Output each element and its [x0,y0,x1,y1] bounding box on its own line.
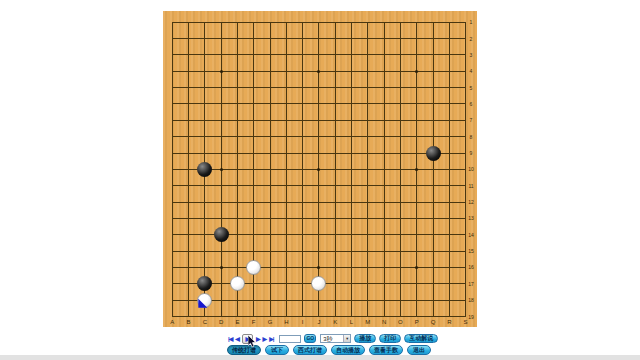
grid-line-horizontal [172,251,466,252]
nav-first-button[interactable]: |◀ [228,334,232,344]
go-board[interactable]: ABCDEFGHIJKLMNOPQRS 12345678910111213141… [163,11,477,327]
nav-last-button[interactable]: ▶| [269,334,273,344]
row-label-18: 18 [466,297,476,303]
black-stone-D14 [214,227,229,242]
grid-line-vertical [384,22,385,317]
column-label-I: I [298,319,308,325]
print-button[interactable]: 打印 [379,334,401,343]
toolbar-row-1: |◀◀▶▶▶▶| GO 3秒 ▼ 播放打印互动解说 [228,333,438,344]
column-label-M: M [363,319,373,325]
jump-button[interactable]: GO [304,334,316,343]
row-label-15: 15 [466,248,476,254]
play-kifu-button[interactable]: 播放 [354,334,376,343]
mouse-cursor-icon [248,335,257,348]
star-point [317,168,320,171]
star-point [220,70,223,73]
star-point [220,266,223,269]
row-label-7: 7 [466,117,476,123]
black-stone-C10 [197,162,212,177]
row-label-4: 4 [466,68,476,74]
row-label-1: 1 [466,19,476,25]
column-label-N: N [379,319,389,325]
star-point [415,70,418,73]
grid-line-vertical [335,22,336,317]
row-label-5: 5 [466,85,476,91]
row-label-17: 17 [466,281,476,287]
white-stone-F16 [246,260,261,275]
white-stone-E17 [230,276,245,291]
row-label-10: 10 [466,166,476,172]
grid-line-horizontal [172,316,466,317]
row-label-13: 13 [466,215,476,221]
exit-button[interactable]: 退出 [407,345,431,355]
star-point [220,168,223,171]
row-label-9: 9 [466,150,476,156]
star-point [415,266,418,269]
row-label-14: 14 [466,232,476,238]
column-label-L: L [347,319,357,325]
column-label-G: G [265,319,275,325]
nav-next-10-button[interactable]: ▶ [263,334,267,344]
column-label-A: A [167,319,177,325]
grid-line-vertical [400,22,401,317]
bottom-band [0,355,640,360]
black-stone-Q9 [426,146,441,161]
row-label-12: 12 [466,199,476,205]
row-label-6: 6 [466,101,476,107]
move-number-input[interactable] [279,335,301,343]
column-label-E: E [232,319,242,325]
column-label-C: C [200,319,210,325]
grid-line-horizontal [172,300,466,301]
western-replay-button[interactable]: 西式打谱 [293,345,327,355]
column-label-P: P [412,319,422,325]
toolbar-row-2: 传统打谱试下西式打谱自动播放查看手数退出 [227,345,431,355]
grid-line-horizontal [172,185,466,186]
interactive-commentary-button[interactable]: 互动解说 [404,334,438,343]
speed-combo-value: 3秒 [321,335,343,343]
column-label-O: O [395,319,405,325]
row-label-19: 19 [466,314,476,320]
column-label-H: H [281,319,291,325]
grid-line-horizontal [172,202,466,203]
column-label-K: K [330,319,340,325]
grid-line-vertical [449,22,450,317]
playback-speed-combobox[interactable]: 3秒 ▼ [320,334,351,343]
grid-line-vertical [367,22,368,317]
column-label-S: S [461,319,471,325]
grid-line-horizontal [172,218,466,219]
star-point [317,70,320,73]
last-move-triangle-marker [198,299,207,308]
star-point [415,168,418,171]
column-label-B: B [184,319,194,325]
toolbar-row1-buttons: 播放打印互动解说 [351,334,438,343]
column-label-D: D [216,319,226,325]
star-point [317,266,320,269]
column-label-F: F [249,319,259,325]
chevron-down-icon[interactable]: ▼ [343,335,350,342]
white-stone-C18 [197,293,212,308]
try-move-button[interactable]: 试下 [265,345,289,355]
grid-line-vertical [433,22,434,317]
column-label-R: R [444,319,454,325]
row-label-8: 8 [466,134,476,140]
grid-line-vertical [351,22,352,317]
row-label-3: 3 [466,52,476,58]
auto-play-button[interactable]: 自动播放 [331,345,365,355]
column-label-J: J [314,319,324,325]
nav-prev-button[interactable]: ◀ [235,334,239,344]
white-stone-J17 [311,276,326,291]
row-label-11: 11 [466,183,476,189]
row-label-2: 2 [466,36,476,42]
column-label-Q: Q [428,319,438,325]
show-move-numbers-button[interactable]: 查看手数 [369,345,403,355]
black-stone-C17 [197,276,212,291]
row-label-16: 16 [466,264,476,270]
